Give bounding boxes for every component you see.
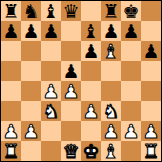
square-c2[interactable] [41, 121, 61, 141]
black-knight-piece-b8: ♞ [22, 1, 39, 21]
square-e4[interactable] [81, 81, 101, 101]
square-f1[interactable]: ♝ [101, 141, 121, 161]
square-d7[interactable] [61, 21, 81, 41]
square-g3[interactable] [121, 101, 141, 121]
square-b1[interactable] [21, 141, 41, 161]
square-c5[interactable] [41, 61, 61, 81]
white-pawn-piece-c4: ♟ [42, 81, 59, 101]
square-f4[interactable] [101, 81, 121, 101]
black-rook-piece-a8: ♜ [2, 1, 19, 21]
square-h1[interactable]: ♜ [141, 141, 161, 161]
square-a2[interactable]: ♟ [1, 121, 21, 141]
square-a8[interactable]: ♜ [1, 1, 21, 21]
black-pawn-piece-h6: ♟ [142, 41, 159, 61]
board-wrap: ♜♞♝♛♜♚♟♟♟♝♟♟♟♝♟♟♟♟♞♟♞♟♟♟♟♟♜♛♚♝♜ [0, 0, 162, 162]
square-f6[interactable]: ♝ [101, 41, 121, 61]
square-a3[interactable] [1, 101, 21, 121]
white-knight-piece-c3: ♞ [42, 101, 59, 121]
square-e7[interactable]: ♝ [81, 21, 101, 41]
white-pawn-piece-g2: ♟ [122, 121, 139, 141]
white-bishop-piece-f1: ♝ [102, 141, 119, 161]
white-king-piece-e1: ♚ [82, 141, 99, 161]
black-king-piece-g8: ♚ [122, 1, 139, 21]
square-g4[interactable] [121, 81, 141, 101]
square-c7[interactable]: ♟ [41, 21, 61, 41]
black-bishop-piece-e7: ♝ [82, 21, 99, 41]
square-f5[interactable] [101, 61, 121, 81]
square-d1[interactable]: ♛ [61, 141, 81, 161]
square-g2[interactable]: ♟ [121, 121, 141, 141]
square-h5[interactable] [141, 61, 161, 81]
white-rook-piece-h1: ♜ [142, 141, 159, 161]
square-a7[interactable]: ♟ [1, 21, 21, 41]
square-f7[interactable]: ♟ [101, 21, 121, 41]
square-g5[interactable] [121, 61, 141, 81]
square-e5[interactable] [81, 61, 101, 81]
square-h8[interactable] [141, 1, 161, 21]
square-c6[interactable] [41, 41, 61, 61]
white-pawn-piece-a2: ♟ [2, 121, 19, 141]
square-b6[interactable] [21, 41, 41, 61]
square-e2[interactable] [81, 121, 101, 141]
square-d4[interactable]: ♟ [61, 81, 81, 101]
square-c3[interactable]: ♞ [41, 101, 61, 121]
square-d2[interactable] [61, 121, 81, 141]
square-h6[interactable]: ♟ [141, 41, 161, 61]
square-a1[interactable]: ♜ [1, 141, 21, 161]
square-b5[interactable] [21, 61, 41, 81]
chess-board: ♜♞♝♛♜♚♟♟♟♝♟♟♟♝♟♟♟♟♞♟♞♟♟♟♟♟♜♛♚♝♜ [0, 0, 162, 162]
white-pawn-piece-e3: ♟ [82, 101, 99, 121]
square-c4[interactable]: ♟ [41, 81, 61, 101]
square-e1[interactable]: ♚ [81, 141, 101, 161]
square-f8[interactable]: ♜ [101, 1, 121, 21]
square-f3[interactable]: ♞ [101, 101, 121, 121]
square-f2[interactable]: ♟ [101, 121, 121, 141]
square-a5[interactable] [1, 61, 21, 81]
white-pawn-piece-h2: ♟ [142, 121, 159, 141]
white-pawn-piece-d4: ♟ [62, 81, 79, 101]
white-queen-piece-d1: ♛ [62, 141, 79, 161]
square-b2[interactable]: ♟ [21, 121, 41, 141]
square-d3[interactable] [61, 101, 81, 121]
square-a4[interactable] [1, 81, 21, 101]
square-b4[interactable] [21, 81, 41, 101]
black-pawn-piece-f7: ♟ [102, 21, 119, 41]
square-g8[interactable]: ♚ [121, 1, 141, 21]
white-knight-piece-f3: ♞ [102, 101, 119, 121]
square-e6[interactable]: ♟ [81, 41, 101, 61]
white-pawn-piece-f2: ♟ [102, 121, 119, 141]
square-e3[interactable]: ♟ [81, 101, 101, 121]
square-b8[interactable]: ♞ [21, 1, 41, 21]
square-h4[interactable] [141, 81, 161, 101]
black-pawn-piece-g7: ♟ [122, 21, 139, 41]
square-h2[interactable]: ♟ [141, 121, 161, 141]
square-d5[interactable]: ♟ [61, 61, 81, 81]
black-pawn-piece-b7: ♟ [22, 21, 39, 41]
black-pawn-piece-a7: ♟ [2, 21, 19, 41]
square-g7[interactable]: ♟ [121, 21, 141, 41]
square-a6[interactable] [1, 41, 21, 61]
square-d8[interactable]: ♛ [61, 1, 81, 21]
square-b7[interactable]: ♟ [21, 21, 41, 41]
square-d6[interactable] [61, 41, 81, 61]
square-c8[interactable]: ♝ [41, 1, 61, 21]
white-pawn-piece-b2: ♟ [22, 121, 39, 141]
white-bishop-piece-f6: ♝ [102, 41, 119, 61]
black-pawn-piece-e6: ♟ [82, 41, 99, 61]
square-h7[interactable] [141, 21, 161, 41]
square-g1[interactable] [121, 141, 141, 161]
square-e8[interactable] [81, 1, 101, 21]
black-pawn-piece-c7: ♟ [42, 21, 59, 41]
black-rook-piece-f8: ♜ [102, 1, 119, 21]
square-g6[interactable] [121, 41, 141, 61]
square-b3[interactable] [21, 101, 41, 121]
black-queen-piece-d8: ♛ [62, 1, 79, 21]
white-rook-piece-a1: ♜ [2, 141, 19, 161]
square-h3[interactable] [141, 101, 161, 121]
black-bishop-piece-c8: ♝ [42, 1, 59, 21]
square-c1[interactable] [41, 141, 61, 161]
black-pawn-piece-d5: ♟ [62, 61, 79, 81]
